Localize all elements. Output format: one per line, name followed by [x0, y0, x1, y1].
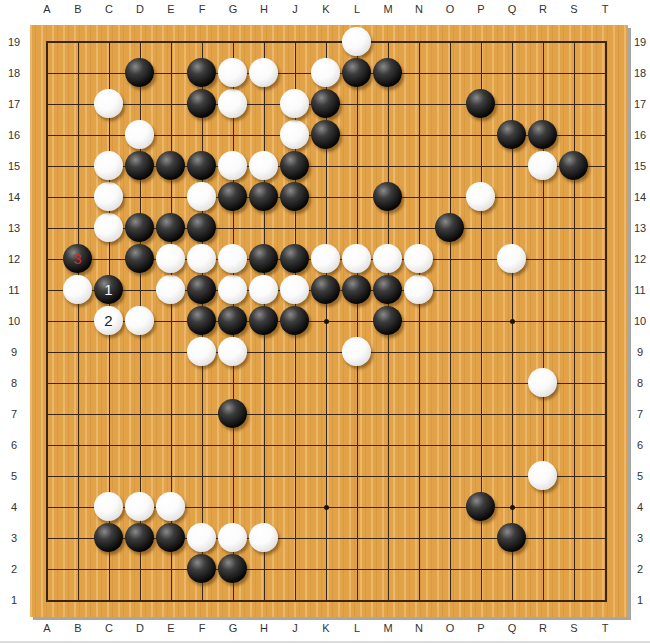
row-label: 1: [3, 594, 25, 606]
go-stone-E13[interactable]: [156, 213, 185, 242]
row-label: 6: [3, 439, 25, 451]
go-stone-Q16[interactable]: [497, 120, 526, 149]
go-stone-J17[interactable]: [280, 89, 309, 118]
column-label: D: [129, 622, 151, 634]
go-stone-M14[interactable]: [373, 182, 402, 211]
go-stone-B12[interactable]: 3: [63, 244, 92, 273]
go-stone-F15[interactable]: [187, 151, 216, 180]
go-stone-Q3[interactable]: [497, 523, 526, 552]
column-label: O: [439, 3, 461, 15]
go-stone-S15[interactable]: [559, 151, 588, 180]
column-label: S: [563, 622, 585, 634]
go-stone-K11[interactable]: [311, 275, 340, 304]
column-label: T: [594, 622, 616, 634]
go-stone-R16[interactable]: [528, 120, 557, 149]
row-label: 15: [3, 160, 25, 172]
row-label: 18: [3, 67, 25, 79]
go-stone-F10[interactable]: [187, 306, 216, 335]
row-label: 1: [629, 594, 650, 606]
go-stone-F17[interactable]: [187, 89, 216, 118]
go-board: 312: [30, 25, 628, 617]
go-stone-R5[interactable]: [528, 461, 557, 490]
row-label: 19: [3, 36, 25, 48]
column-label: R: [532, 3, 554, 15]
go-stone-M10[interactable]: [373, 306, 402, 335]
row-label: 12: [3, 253, 25, 265]
go-stone-D15[interactable]: [125, 151, 154, 180]
row-label: 14: [629, 191, 650, 203]
go-stone-G17[interactable]: [218, 89, 247, 118]
row-label: 8: [629, 377, 650, 389]
go-stone-P14[interactable]: [466, 182, 495, 211]
column-label: S: [563, 3, 585, 15]
go-stone-L11[interactable]: [342, 275, 371, 304]
go-stone-F13[interactable]: [187, 213, 216, 242]
go-stone-M12[interactable]: [373, 244, 402, 273]
row-label: 10: [629, 315, 650, 327]
go-stone-F3[interactable]: [187, 523, 216, 552]
go-stone-D13[interactable]: [125, 213, 154, 242]
row-label: 16: [3, 129, 25, 141]
row-label: 8: [3, 377, 25, 389]
go-stone-H15[interactable]: [249, 151, 278, 180]
go-stone-J11[interactable]: [280, 275, 309, 304]
column-label: J: [284, 3, 306, 15]
go-stone-G9[interactable]: [218, 337, 247, 366]
go-stone-E12[interactable]: [156, 244, 185, 273]
go-stone-E15[interactable]: [156, 151, 185, 180]
go-stone-O13[interactable]: [435, 213, 464, 242]
column-label: N: [408, 622, 430, 634]
row-label: 18: [629, 67, 650, 79]
column-label: C: [98, 622, 120, 634]
go-stone-B11[interactable]: [63, 275, 92, 304]
go-stone-L18[interactable]: [342, 58, 371, 87]
go-stone-L12[interactable]: [342, 244, 371, 273]
go-stone-L9[interactable]: [342, 337, 371, 366]
column-label: F: [191, 3, 213, 15]
go-stone-D10[interactable]: [125, 306, 154, 335]
go-stone-D12[interactable]: [125, 244, 154, 273]
column-label: H: [253, 3, 275, 15]
go-stone-D4[interactable]: [125, 492, 154, 521]
go-stone-K16[interactable]: [311, 120, 340, 149]
go-stone-G18[interactable]: [218, 58, 247, 87]
go-stone-F18[interactable]: [187, 58, 216, 87]
column-label: B: [67, 3, 89, 15]
go-stone-C14[interactable]: [94, 182, 123, 211]
go-stone-J16[interactable]: [280, 120, 309, 149]
move-number-label: 3: [73, 251, 81, 266]
go-stone-R8[interactable]: [528, 368, 557, 397]
go-stone-P4[interactable]: [466, 492, 495, 521]
column-label: B: [67, 622, 89, 634]
go-stone-C3[interactable]: [94, 523, 123, 552]
row-label: 7: [629, 408, 650, 420]
go-stone-F14[interactable]: [187, 182, 216, 211]
row-label: 2: [3, 563, 25, 575]
go-stone-Q12[interactable]: [497, 244, 526, 273]
column-label: P: [470, 3, 492, 15]
column-label: G: [222, 622, 244, 634]
move-number-label: 2: [104, 313, 112, 328]
column-label: H: [253, 622, 275, 634]
row-label: 13: [3, 222, 25, 234]
go-stone-G7[interactable]: [218, 399, 247, 428]
row-label: 14: [3, 191, 25, 203]
row-label: 2: [629, 563, 650, 575]
column-label: J: [284, 622, 306, 634]
row-label: 4: [3, 501, 25, 513]
row-label: 10: [3, 315, 25, 327]
row-label: 3: [3, 532, 25, 544]
go-stone-L19[interactable]: [342, 27, 371, 56]
column-label: L: [346, 3, 368, 15]
go-stone-D3[interactable]: [125, 523, 154, 552]
go-stone-G14[interactable]: [218, 182, 247, 211]
column-label: K: [315, 622, 337, 634]
go-stone-G2[interactable]: [218, 554, 247, 583]
row-label: 9: [629, 346, 650, 358]
row-label: 4: [629, 501, 650, 513]
column-label: Q: [501, 622, 523, 634]
go-stone-E11[interactable]: [156, 275, 185, 304]
go-stone-P17[interactable]: [466, 89, 495, 118]
go-stone-D18[interactable]: [125, 58, 154, 87]
column-label: M: [377, 3, 399, 15]
row-label: 15: [629, 160, 650, 172]
column-label: L: [346, 622, 368, 634]
go-stone-H10[interactable]: [249, 306, 278, 335]
go-stone-C10[interactable]: 2: [94, 306, 123, 335]
go-stone-F2[interactable]: [187, 554, 216, 583]
go-stone-H11[interactable]: [249, 275, 278, 304]
column-label: Q: [501, 3, 523, 15]
row-label: 11: [3, 284, 25, 296]
row-label: 3: [629, 532, 650, 544]
column-label: F: [191, 622, 213, 634]
go-stone-M18[interactable]: [373, 58, 402, 87]
row-label: 16: [629, 129, 650, 141]
column-label: P: [470, 622, 492, 634]
go-stone-J14[interactable]: [280, 182, 309, 211]
column-label: D: [129, 3, 151, 15]
go-stone-C15[interactable]: [94, 151, 123, 180]
row-label: 9: [3, 346, 25, 358]
row-label: 19: [629, 36, 650, 48]
go-stone-G15[interactable]: [218, 151, 247, 180]
go-stone-F12[interactable]: [187, 244, 216, 273]
go-stone-C4[interactable]: [94, 492, 123, 521]
column-label: N: [408, 3, 430, 15]
go-stone-J15[interactable]: [280, 151, 309, 180]
column-label: T: [594, 3, 616, 15]
go-stone-H14[interactable]: [249, 182, 278, 211]
row-label: 12: [629, 253, 650, 265]
column-label: K: [315, 3, 337, 15]
go-stone-M11[interactable]: [373, 275, 402, 304]
row-label: 13: [629, 222, 650, 234]
row-label: 5: [629, 470, 650, 482]
go-stone-F9[interactable]: [187, 337, 216, 366]
row-label: 7: [3, 408, 25, 420]
column-label: A: [36, 622, 58, 634]
go-stone-H12[interactable]: [249, 244, 278, 273]
column-label: E: [160, 3, 182, 15]
column-label: E: [160, 622, 182, 634]
go-stone-R15[interactable]: [528, 151, 557, 180]
column-label: M: [377, 622, 399, 634]
go-stone-G3[interactable]: [218, 523, 247, 552]
go-stone-G12[interactable]: [218, 244, 247, 273]
go-stone-H3[interactable]: [249, 523, 278, 552]
move-number-label: 1: [104, 282, 112, 297]
column-label: C: [98, 3, 120, 15]
go-stone-J10[interactable]: [280, 306, 309, 335]
go-stone-G10[interactable]: [218, 306, 247, 335]
go-stone-F11[interactable]: [187, 275, 216, 304]
column-label: O: [439, 622, 461, 634]
go-stone-N12[interactable]: [404, 244, 433, 273]
column-label: R: [532, 622, 554, 634]
go-stone-E4[interactable]: [156, 492, 185, 521]
go-stone-K12[interactable]: [311, 244, 340, 273]
row-label: 6: [629, 439, 650, 451]
row-label: 11: [629, 284, 650, 296]
go-stone-G11[interactable]: [218, 275, 247, 304]
column-label: G: [222, 3, 244, 15]
go-stone-H18[interactable]: [249, 58, 278, 87]
go-stone-K17[interactable]: [311, 89, 340, 118]
go-stone-C17[interactable]: [94, 89, 123, 118]
row-label: 17: [629, 98, 650, 110]
go-stone-J12[interactable]: [280, 244, 309, 273]
go-stone-D16[interactable]: [125, 120, 154, 149]
go-stone-E3[interactable]: [156, 523, 185, 552]
page-background: 312 AABBCCDDEEFFGGHHJJKKLLMMNNOOPPQQRRSS…: [0, 0, 650, 644]
row-label: 17: [3, 98, 25, 110]
go-stone-K18[interactable]: [311, 58, 340, 87]
go-stone-C13[interactable]: [94, 213, 123, 242]
window-bottom-edge: [0, 641, 650, 643]
stones-layer: 312: [31, 26, 620, 615]
go-stone-N11[interactable]: [404, 275, 433, 304]
column-label: A: [36, 3, 58, 15]
go-stone-C11[interactable]: 1: [94, 275, 123, 304]
row-label: 5: [3, 470, 25, 482]
